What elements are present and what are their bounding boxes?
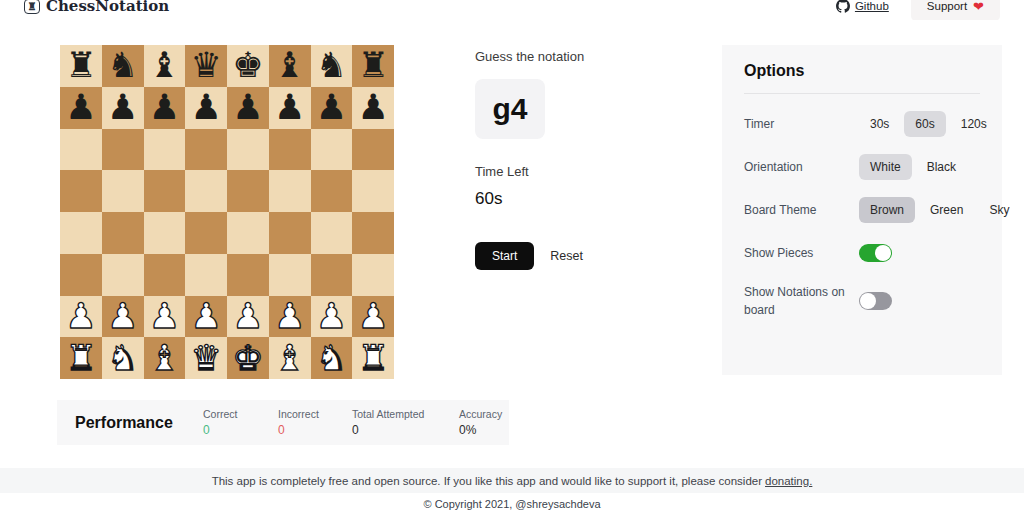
piece-white-pawn: ♟ [274, 299, 305, 334]
options-divider [744, 93, 980, 94]
square-a3[interactable] [60, 254, 102, 296]
stat-label: Total Attempted [352, 408, 459, 420]
stat-incorrect: Incorrect0 [278, 408, 352, 437]
square-c4[interactable] [144, 212, 186, 254]
square-h7[interactable]: ♟ [352, 87, 394, 129]
choice-orientation-white[interactable]: White [859, 154, 912, 180]
square-h3[interactable] [352, 254, 394, 296]
square-b1[interactable]: ♞ [102, 337, 144, 379]
square-c1[interactable]: ♝ [144, 337, 186, 379]
support-button[interactable]: Support ❤ [911, 0, 1000, 20]
square-c5[interactable] [144, 170, 186, 212]
square-f6[interactable] [269, 129, 311, 171]
square-d3[interactable] [185, 254, 227, 296]
donating-link[interactable]: donating. [765, 475, 812, 487]
square-b7[interactable]: ♟ [102, 87, 144, 129]
option-row-orientation: OrientationWhiteBlack [744, 154, 980, 180]
square-b6[interactable] [102, 129, 144, 171]
square-h5[interactable] [352, 170, 394, 212]
square-a2[interactable]: ♟ [60, 296, 102, 338]
brand-title: ChessNotation [46, 0, 169, 15]
footer-message: This app is completely free and open sou… [212, 475, 762, 487]
piece-black-knight: ♞ [316, 48, 347, 83]
square-c3[interactable] [144, 254, 186, 296]
square-d5[interactable] [185, 170, 227, 212]
piece-black-knight: ♞ [107, 48, 138, 83]
square-b5[interactable] [102, 170, 144, 212]
piece-black-king: ♚ [232, 48, 263, 83]
choice-orientation-black[interactable]: Black [916, 154, 967, 180]
square-c2[interactable]: ♟ [144, 296, 186, 338]
square-b3[interactable] [102, 254, 144, 296]
square-e7[interactable]: ♟ [227, 87, 269, 129]
square-h6[interactable] [352, 129, 394, 171]
choice-timer-120s[interactable]: 120s [950, 111, 998, 137]
toggle-knob [860, 293, 876, 309]
square-d2[interactable]: ♟ [185, 296, 227, 338]
piece-black-pawn: ♟ [65, 90, 96, 125]
square-b4[interactable] [102, 212, 144, 254]
toggle-label-show_pieces: Show Pieces [744, 244, 859, 262]
square-g1[interactable]: ♞ [311, 337, 353, 379]
stat-correct: Correct0 [203, 408, 278, 437]
piece-white-bishop: ♝ [149, 341, 180, 376]
square-c8[interactable]: ♝ [144, 45, 186, 87]
square-f7[interactable]: ♟ [269, 87, 311, 129]
piece-black-queen: ♛ [190, 48, 221, 83]
header: ♜ ChessNotation Github Support ❤ [0, 0, 1024, 20]
choice-board_theme-sky[interactable]: Sky [978, 197, 1020, 223]
option-row-show_notations: Show Notations on board [744, 283, 980, 319]
piece-black-bishop: ♝ [149, 48, 180, 83]
square-d1[interactable]: ♛ [185, 337, 227, 379]
time-left-label: Time Left [475, 164, 685, 179]
piece-black-pawn: ♟ [190, 90, 221, 125]
choice-board_theme-brown[interactable]: Brown [859, 197, 915, 223]
piece-black-pawn: ♟ [316, 90, 347, 125]
square-e6[interactable] [227, 129, 269, 171]
options-title: Options [744, 62, 980, 80]
option-label-timer: Timer [744, 115, 859, 133]
square-e8[interactable]: ♚ [227, 45, 269, 87]
option-row-timer: Timer30s60s120s [744, 111, 980, 137]
performance-title: Performance [75, 414, 203, 432]
piece-white-pawn: ♟ [149, 299, 180, 334]
piece-white-bishop: ♝ [274, 341, 305, 376]
performance-card: Performance Correct0Incorrect0Total Atte… [57, 400, 509, 445]
square-d8[interactable]: ♛ [185, 45, 227, 87]
piece-black-rook: ♜ [65, 48, 96, 83]
piece-white-pawn: ♟ [357, 299, 388, 334]
square-f4[interactable] [269, 212, 311, 254]
piece-white-rook: ♜ [357, 341, 388, 376]
square-e2[interactable]: ♟ [227, 296, 269, 338]
piece-white-knight: ♞ [316, 341, 347, 376]
option-row-show_pieces: Show Pieces [744, 240, 980, 266]
square-c6[interactable] [144, 129, 186, 171]
copyright-text: © Copyright 2021, @shreysachdeva [0, 498, 1024, 510]
piece-black-pawn: ♟ [274, 90, 305, 125]
square-e1[interactable]: ♚ [227, 337, 269, 379]
square-d6[interactable] [185, 129, 227, 171]
piece-white-queen: ♛ [190, 341, 221, 376]
piece-white-pawn: ♟ [65, 299, 96, 334]
option-label-board_theme: Board Theme [744, 201, 859, 219]
piece-black-bishop: ♝ [274, 48, 305, 83]
square-g3[interactable] [311, 254, 353, 296]
square-a8[interactable]: ♜ [60, 45, 102, 87]
choice-timer-30s[interactable]: 30s [859, 111, 900, 137]
piece-white-rook: ♜ [65, 341, 96, 376]
time-left-value: 60s [475, 189, 685, 209]
footer-band: This app is completely free and open sou… [0, 468, 1024, 493]
square-a4[interactable] [60, 212, 102, 254]
square-f2[interactable]: ♟ [269, 296, 311, 338]
stat-total-attempted: Total Attempted0 [352, 408, 459, 437]
square-h8[interactable]: ♜ [352, 45, 394, 87]
square-a6[interactable] [60, 129, 102, 171]
start-button[interactable]: Start [475, 242, 534, 270]
piece-black-pawn: ♟ [107, 90, 138, 125]
stat-accuracy: Accuracy0% [459, 408, 502, 437]
choice-board_theme-green[interactable]: Green [919, 197, 974, 223]
square-e3[interactable] [227, 254, 269, 296]
heart-icon: ❤ [973, 0, 984, 14]
toggle-knob [875, 245, 891, 261]
stat-value: 0 [352, 423, 459, 437]
piece-black-pawn: ♟ [232, 90, 263, 125]
github-link[interactable]: Github [836, 0, 889, 13]
square-d4[interactable] [185, 212, 227, 254]
piece-white-pawn: ♟ [232, 299, 263, 334]
quiz-prompt: Guess the notation [475, 49, 685, 64]
square-a7[interactable]: ♟ [60, 87, 102, 129]
github-icon [836, 0, 850, 13]
stat-value: 0 [278, 423, 352, 437]
options-panel: Options Timer30s60s120sOrientationWhiteB… [722, 45, 1002, 375]
notation-display: g4 [475, 79, 545, 139]
choice-timer-60s[interactable]: 60s [904, 111, 945, 137]
page: ♜ ChessNotation Github Support ❤ ♜♞♝♛♚♝♞… [0, 0, 1024, 512]
square-a5[interactable] [60, 170, 102, 212]
square-d7[interactable]: ♟ [185, 87, 227, 129]
square-g6[interactable] [311, 129, 353, 171]
chess-board: ♜♞♝♛♚♝♞♜♟♟♟♟♟♟♟♟♟♟♟♟♟♟♟♟♜♞♝♛♚♝♞♜ [60, 45, 394, 379]
piece-black-pawn: ♟ [357, 90, 388, 125]
stat-value: 0 [203, 423, 278, 437]
square-e4[interactable] [227, 212, 269, 254]
stat-label: Accuracy [459, 408, 502, 420]
square-c7[interactable]: ♟ [144, 87, 186, 129]
stat-value: 0% [459, 423, 502, 437]
toggle-show_pieces[interactable] [859, 244, 892, 262]
square-f3[interactable] [269, 254, 311, 296]
square-a1[interactable]: ♜ [60, 337, 102, 379]
option-row-board_theme: Board ThemeBrownGreenSky [744, 197, 980, 223]
square-g2[interactable]: ♟ [311, 296, 353, 338]
toggle-label-show_notations: Show Notations on board [744, 283, 859, 319]
piece-white-king: ♚ [232, 341, 263, 376]
square-f1[interactable]: ♝ [269, 337, 311, 379]
square-f5[interactable] [269, 170, 311, 212]
rook-logo-icon: ♜ [24, 0, 40, 14]
piece-white-knight: ♞ [107, 341, 138, 376]
option-label-orientation: Orientation [744, 158, 859, 176]
support-label: Support [927, 0, 967, 12]
piece-white-pawn: ♟ [316, 299, 347, 334]
piece-white-pawn: ♟ [107, 299, 138, 334]
square-e5[interactable] [227, 170, 269, 212]
reset-button[interactable]: Reset [550, 249, 583, 263]
square-g4[interactable] [311, 212, 353, 254]
piece-white-pawn: ♟ [190, 299, 221, 334]
square-g7[interactable]: ♟ [311, 87, 353, 129]
square-b2[interactable]: ♟ [102, 296, 144, 338]
github-label: Github [855, 0, 889, 12]
brand[interactable]: ♜ ChessNotation [24, 0, 169, 15]
square-g5[interactable] [311, 170, 353, 212]
quiz-panel: Guess the notation g4 Time Left 60s Star… [475, 49, 685, 270]
stat-label: Correct [203, 408, 278, 420]
square-h1[interactable]: ♜ [352, 337, 394, 379]
square-b8[interactable]: ♞ [102, 45, 144, 87]
square-f8[interactable]: ♝ [269, 45, 311, 87]
square-g8[interactable]: ♞ [311, 45, 353, 87]
square-h2[interactable]: ♟ [352, 296, 394, 338]
square-h4[interactable] [352, 212, 394, 254]
stat-label: Incorrect [278, 408, 352, 420]
piece-black-pawn: ♟ [149, 90, 180, 125]
toggle-show_notations[interactable] [859, 292, 892, 310]
piece-black-rook: ♜ [357, 48, 388, 83]
